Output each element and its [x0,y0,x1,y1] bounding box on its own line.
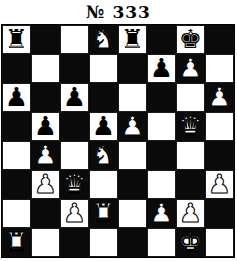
square-h1[interactable] [205,228,234,257]
square-c3[interactable]: ♛ [60,170,89,199]
square-f2[interactable]: ♟ [147,199,176,228]
square-b7[interactable] [31,54,60,83]
piece-black-rook: ♜ [5,25,28,54]
piece-white-knight: ♞ [92,25,115,54]
square-b5[interactable]: ♟ [31,112,60,141]
square-a7[interactable] [2,54,31,83]
square-g7[interactable]: ♟ [176,54,205,83]
square-b6[interactable] [31,83,60,112]
square-a5[interactable] [2,112,31,141]
square-h4[interactable] [205,141,234,170]
piece-white-queen: ♛ [179,112,202,141]
square-b4[interactable]: ♟ [31,141,60,170]
square-a6[interactable]: ♟ [2,83,31,112]
square-e1[interactable] [118,228,147,257]
square-a8[interactable]: ♜ [2,25,31,54]
piece-white-pawn: ♟ [208,83,231,112]
piece-white-queen: ♛ [63,170,86,199]
square-f4[interactable] [147,141,176,170]
piece-white-pawn: ♟ [34,170,57,199]
square-c1[interactable] [60,228,89,257]
piece-white-pawn: ♟ [208,170,231,199]
square-f8[interactable] [147,25,176,54]
piece-white-rook: ♜ [92,199,115,228]
square-g2[interactable]: ♟ [176,199,205,228]
square-b8[interactable] [31,25,60,54]
square-e6[interactable] [118,83,147,112]
piece-black-pawn: ♟ [63,83,86,112]
square-f1[interactable] [147,228,176,257]
square-d3[interactable] [89,170,118,199]
square-e2[interactable] [118,199,147,228]
square-e7[interactable] [118,54,147,83]
puzzle-number: № 333 [0,0,237,24]
square-g6[interactable] [176,83,205,112]
piece-white-rook: ♜ [5,228,28,257]
piece-black-pawn: ♟ [92,112,115,141]
square-h8[interactable] [205,25,234,54]
chess-board: ♜♞♜♚♟♟♟♟♟♟♟♟♛♟♞♟♛♟♟♜♟♟♜♚ [1,24,235,258]
piece-black-king: ♚ [179,25,202,54]
square-e4[interactable] [118,141,147,170]
square-a1[interactable]: ♜ [2,228,31,257]
square-d1[interactable] [89,228,118,257]
square-f5[interactable] [147,112,176,141]
square-a3[interactable] [2,170,31,199]
square-b2[interactable] [31,199,60,228]
square-f7[interactable]: ♟ [147,54,176,83]
square-e5[interactable]: ♟ [118,112,147,141]
square-g8[interactable]: ♚ [176,25,205,54]
square-d4[interactable]: ♞ [89,141,118,170]
square-g5[interactable]: ♛ [176,112,205,141]
square-d7[interactable] [89,54,118,83]
square-e8[interactable]: ♜ [118,25,147,54]
piece-white-pawn: ♟ [34,141,57,170]
piece-white-pawn: ♟ [150,199,173,228]
piece-black-rook: ♜ [121,25,144,54]
square-d2[interactable]: ♜ [89,199,118,228]
square-g1[interactable]: ♚ [176,228,205,257]
square-a2[interactable] [2,199,31,228]
piece-black-pawn: ♟ [150,54,173,83]
square-b1[interactable] [31,228,60,257]
square-g4[interactable] [176,141,205,170]
square-h5[interactable] [205,112,234,141]
square-h7[interactable] [205,54,234,83]
square-f6[interactable] [147,83,176,112]
square-a4[interactable] [2,141,31,170]
square-h6[interactable]: ♟ [205,83,234,112]
square-c6[interactable]: ♟ [60,83,89,112]
piece-black-pawn: ♟ [34,112,57,141]
piece-white-pawn: ♟ [121,112,144,141]
square-c8[interactable] [60,25,89,54]
square-d5[interactable]: ♟ [89,112,118,141]
piece-white-pawn: ♟ [179,199,202,228]
square-d8[interactable]: ♞ [89,25,118,54]
piece-white-pawn: ♟ [179,54,202,83]
square-g3[interactable] [176,170,205,199]
piece-white-pawn: ♟ [63,199,86,228]
piece-white-king: ♚ [179,228,202,257]
square-c4[interactable] [60,141,89,170]
piece-white-knight: ♞ [92,141,115,170]
piece-black-pawn: ♟ [5,83,28,112]
square-d6[interactable] [89,83,118,112]
square-h3[interactable]: ♟ [205,170,234,199]
square-c5[interactable] [60,112,89,141]
square-h2[interactable] [205,199,234,228]
square-e3[interactable] [118,170,147,199]
chess-problem-diagram: № 333 ♜♞♜♚♟♟♟♟♟♟♟♟♛♟♞♟♛♟♟♜♟♟♜♚ [0,0,237,261]
square-c7[interactable] [60,54,89,83]
square-c2[interactable]: ♟ [60,199,89,228]
square-f3[interactable] [147,170,176,199]
square-b3[interactable]: ♟ [31,170,60,199]
